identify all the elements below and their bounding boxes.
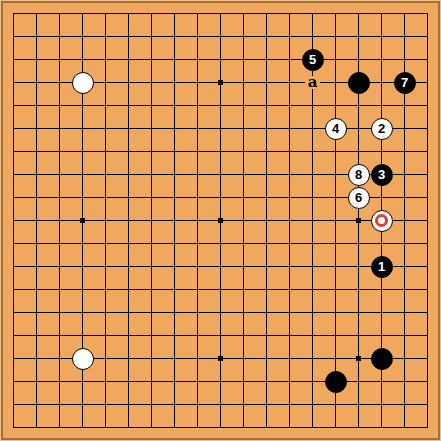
board-intersection xyxy=(370,71,393,94)
board-intersection xyxy=(117,255,140,278)
grid-line-v xyxy=(289,324,290,347)
board-intersection xyxy=(301,140,324,163)
board-intersection xyxy=(370,2,393,25)
grid-line-v xyxy=(266,48,267,71)
grid-line-v xyxy=(312,13,313,25)
board-intersection xyxy=(140,94,163,117)
board-intersection xyxy=(347,232,370,255)
board-intersection xyxy=(347,25,370,48)
grid-line-v xyxy=(404,278,405,301)
board-intersection xyxy=(25,370,48,393)
grid-line-v xyxy=(335,347,336,370)
board-intersection xyxy=(347,301,370,324)
grid-line-v xyxy=(36,48,37,71)
board-intersection xyxy=(209,71,232,94)
board-intersection xyxy=(209,209,232,232)
board-intersection xyxy=(209,347,232,370)
board-intersection xyxy=(163,255,186,278)
board-intersection xyxy=(71,94,94,117)
grid-line-v xyxy=(174,13,175,25)
grid-line-v xyxy=(404,94,405,117)
board-intersection xyxy=(278,209,301,232)
grid-line-v xyxy=(335,140,336,163)
board-intersection xyxy=(324,416,347,439)
grid-line-v xyxy=(82,416,83,428)
board-intersection xyxy=(416,255,439,278)
board-intersection xyxy=(416,232,439,255)
grid-line-v xyxy=(174,163,175,186)
grid-line-v xyxy=(404,48,405,71)
board-intersection xyxy=(25,94,48,117)
grid-line-v xyxy=(105,94,106,117)
grid-line-v xyxy=(289,71,290,94)
board-intersection xyxy=(278,25,301,48)
board-intersection xyxy=(163,324,186,347)
board-intersection xyxy=(278,94,301,117)
board-intersection xyxy=(301,393,324,416)
board-intersection xyxy=(2,186,25,209)
board-intersection xyxy=(393,255,416,278)
grid-line-v xyxy=(404,301,405,324)
grid-line-v xyxy=(174,186,175,209)
board-intersection xyxy=(71,232,94,255)
board-intersection xyxy=(2,416,25,439)
grid-line-v xyxy=(220,117,221,140)
grid-line-h xyxy=(13,197,25,198)
board-intersection xyxy=(140,2,163,25)
board-intersection xyxy=(209,255,232,278)
grid-line-v xyxy=(243,324,244,347)
grid-line-v xyxy=(266,393,267,416)
grid-line-h xyxy=(13,289,25,290)
board-intersection xyxy=(209,370,232,393)
board-intersection xyxy=(324,232,347,255)
grid-line-h xyxy=(13,427,25,428)
board-intersection xyxy=(416,278,439,301)
grid-line-v xyxy=(404,186,405,209)
grid-line-v xyxy=(36,117,37,140)
board-intersection xyxy=(71,140,94,163)
star-point xyxy=(356,218,361,223)
board-intersection xyxy=(232,209,255,232)
grid-line-v xyxy=(13,117,14,140)
grid-line-v xyxy=(335,25,336,48)
grid-line-v xyxy=(36,255,37,278)
board-intersection xyxy=(370,370,393,393)
grid-line-v xyxy=(243,186,244,209)
board-intersection xyxy=(209,25,232,48)
board-intersection xyxy=(324,25,347,48)
grid-line-v xyxy=(427,301,428,324)
grid-line-v xyxy=(128,209,129,232)
grid-line-v xyxy=(151,71,152,94)
grid-line-v xyxy=(128,94,129,117)
board-intersection xyxy=(71,2,94,25)
grid-line-v xyxy=(289,209,290,232)
grid-line-h xyxy=(13,358,25,359)
board-intersection xyxy=(117,393,140,416)
board-intersection xyxy=(416,25,439,48)
board-intersection xyxy=(186,163,209,186)
board-intersection xyxy=(416,347,439,370)
board-intersection xyxy=(301,117,324,140)
grid-line-v xyxy=(335,94,336,117)
grid-line-v xyxy=(243,94,244,117)
board-intersection xyxy=(117,140,140,163)
board-intersection xyxy=(278,232,301,255)
black-stone xyxy=(348,72,370,94)
grid-line-v xyxy=(335,13,336,25)
grid-line-v xyxy=(335,393,336,416)
grid-line-v xyxy=(151,370,152,393)
board-intersection xyxy=(2,324,25,347)
star-point xyxy=(356,356,361,361)
board-intersection xyxy=(416,370,439,393)
grid-line-v xyxy=(105,416,106,428)
grid-line-v xyxy=(36,393,37,416)
board-intersection xyxy=(324,186,347,209)
board-intersection xyxy=(140,25,163,48)
board-intersection xyxy=(25,232,48,255)
grid-line-v xyxy=(13,25,14,48)
grid-line-v xyxy=(289,278,290,301)
black-stone-move-7: 7 xyxy=(394,72,416,94)
grid-line-v xyxy=(174,117,175,140)
board-intersection xyxy=(301,416,324,439)
grid-line-v xyxy=(404,117,405,140)
board-intersection xyxy=(232,25,255,48)
grid-line-v xyxy=(335,278,336,301)
grid-line-v xyxy=(105,278,106,301)
white-stone-marked xyxy=(371,210,393,232)
board-intersection xyxy=(117,2,140,25)
board-intersection xyxy=(347,255,370,278)
grid-line-v xyxy=(36,278,37,301)
board-intersection xyxy=(117,25,140,48)
grid-line-v xyxy=(151,13,152,25)
grid-line-v xyxy=(13,232,14,255)
grid-line-v xyxy=(243,301,244,324)
board-intersection: 1 xyxy=(370,255,393,278)
board-intersection xyxy=(324,347,347,370)
grid-line-v xyxy=(427,117,428,140)
board-intersection xyxy=(232,2,255,25)
grid-line-v xyxy=(312,25,313,48)
board-intersection xyxy=(163,393,186,416)
white-stone xyxy=(72,348,94,370)
grid-line-v xyxy=(358,416,359,428)
grid-line-v xyxy=(151,278,152,301)
grid-line-v xyxy=(174,324,175,347)
board-intersection xyxy=(416,393,439,416)
board-intersection xyxy=(71,324,94,347)
grid-line-v xyxy=(36,301,37,324)
grid-line-v xyxy=(105,370,106,393)
grid-line-v xyxy=(36,13,37,25)
grid-line-v xyxy=(404,255,405,278)
board-intersection xyxy=(2,163,25,186)
grid-line-v xyxy=(105,186,106,209)
board-intersection xyxy=(48,278,71,301)
board-intersection xyxy=(278,140,301,163)
grid-line-v xyxy=(427,255,428,278)
board-intersection xyxy=(163,71,186,94)
board-intersection xyxy=(370,347,393,370)
grid-line-v xyxy=(289,48,290,71)
grid-line-v xyxy=(36,94,37,117)
grid-line-v xyxy=(381,48,382,71)
grid-line-v xyxy=(197,25,198,48)
board-intersection xyxy=(25,25,48,48)
board-intersection xyxy=(140,117,163,140)
board-intersection xyxy=(324,140,347,163)
board-intersection xyxy=(48,140,71,163)
board-intersection xyxy=(94,25,117,48)
grid-line-v xyxy=(427,186,428,209)
grid-line-v xyxy=(220,232,221,255)
grid-line-v xyxy=(266,140,267,163)
grid-line-v xyxy=(427,71,428,94)
grid-line-v xyxy=(151,94,152,117)
board-intersection xyxy=(117,71,140,94)
grid-line-v xyxy=(358,140,359,163)
board-intersection xyxy=(324,370,347,393)
grid-line-v xyxy=(289,255,290,278)
grid-line-v xyxy=(312,209,313,232)
grid-line-v xyxy=(13,71,14,94)
grid-line-v xyxy=(82,393,83,416)
board-intersection xyxy=(255,278,278,301)
grid-line-v xyxy=(335,416,336,428)
board-intersection xyxy=(163,2,186,25)
board-intersection xyxy=(370,301,393,324)
board-intersection xyxy=(416,94,439,117)
grid-line-v xyxy=(427,393,428,416)
board-intersection xyxy=(163,347,186,370)
board-intersection xyxy=(71,209,94,232)
board-intersection xyxy=(393,2,416,25)
board-intersection xyxy=(232,71,255,94)
board-intersection xyxy=(416,2,439,25)
grid-line-v xyxy=(243,370,244,393)
grid-line-v xyxy=(243,140,244,163)
grid-line-v xyxy=(197,370,198,393)
board-intersection xyxy=(393,393,416,416)
board-intersection xyxy=(117,209,140,232)
grid-line-v xyxy=(427,347,428,370)
grid-line-v xyxy=(289,140,290,163)
grid-line-v xyxy=(59,209,60,232)
grid-line-v xyxy=(59,347,60,370)
board-intersection xyxy=(232,163,255,186)
board-intersection xyxy=(140,301,163,324)
board-intersection xyxy=(71,393,94,416)
grid-line-v xyxy=(105,393,106,416)
board-intersection xyxy=(232,117,255,140)
board-intersection xyxy=(232,186,255,209)
board-intersection xyxy=(71,301,94,324)
board-intersection xyxy=(94,94,117,117)
board-intersection xyxy=(71,370,94,393)
grid-line-v xyxy=(243,347,244,370)
grid-line-h xyxy=(13,151,25,152)
grid-line-v xyxy=(312,347,313,370)
board-intersection xyxy=(232,48,255,71)
board-intersection xyxy=(324,94,347,117)
board-intersection xyxy=(117,117,140,140)
black-stone-move-5: 5 xyxy=(302,49,324,71)
grid-line-v xyxy=(13,13,14,25)
board-intersection xyxy=(278,48,301,71)
board-intersection xyxy=(25,140,48,163)
board-intersection xyxy=(278,324,301,347)
board-intersection xyxy=(25,278,48,301)
grid-line-v xyxy=(128,71,129,94)
board-intersection xyxy=(416,48,439,71)
board-intersection xyxy=(163,163,186,186)
grid-line-v xyxy=(220,278,221,301)
board-intersection xyxy=(393,94,416,117)
board-intersection xyxy=(140,163,163,186)
grid-line-v xyxy=(36,324,37,347)
grid-line-v xyxy=(404,370,405,393)
board-intersection xyxy=(2,278,25,301)
board-intersection xyxy=(163,301,186,324)
grid-line-v xyxy=(105,117,106,140)
grid-line-v xyxy=(197,48,198,71)
board-intersection xyxy=(209,163,232,186)
board-intersection xyxy=(209,416,232,439)
board-intersection xyxy=(25,209,48,232)
board-intersection xyxy=(94,209,117,232)
board-intersection xyxy=(71,255,94,278)
board-intersection xyxy=(255,301,278,324)
grid-line-v xyxy=(358,370,359,393)
board-intersection xyxy=(25,48,48,71)
board-intersection xyxy=(48,255,71,278)
board-intersection xyxy=(416,416,439,439)
board-intersection xyxy=(25,117,48,140)
grid-line-v xyxy=(151,393,152,416)
board-intersection xyxy=(255,48,278,71)
board-intersection xyxy=(324,324,347,347)
board-intersection xyxy=(48,48,71,71)
board-intersection xyxy=(163,48,186,71)
grid-line-v xyxy=(289,347,290,370)
board-intersection xyxy=(94,255,117,278)
grid-line-v xyxy=(36,209,37,232)
board-intersection xyxy=(163,232,186,255)
board-intersection xyxy=(347,324,370,347)
grid-line-v xyxy=(266,94,267,117)
white-stone-move-2: 2 xyxy=(371,118,393,140)
board-intersection xyxy=(301,255,324,278)
grid-line-v xyxy=(381,416,382,428)
board-intersection xyxy=(94,71,117,94)
white-stone-move-8: 8 xyxy=(348,164,370,186)
board-intersection xyxy=(393,186,416,209)
board-intersection xyxy=(25,324,48,347)
grid-line-v xyxy=(335,232,336,255)
board-intersection xyxy=(393,48,416,71)
board-intersection xyxy=(94,324,117,347)
board-intersection xyxy=(94,347,117,370)
grid-line-v xyxy=(197,209,198,232)
board-intersection xyxy=(71,186,94,209)
board-intersection xyxy=(347,71,370,94)
board-intersection xyxy=(393,209,416,232)
board-intersection xyxy=(117,278,140,301)
board-intersection xyxy=(232,324,255,347)
go-board: 5a7428361 xyxy=(2,2,439,439)
grid-line-v xyxy=(381,393,382,416)
board-intersection xyxy=(301,209,324,232)
grid-line-v xyxy=(59,71,60,94)
board-intersection xyxy=(140,278,163,301)
grid-line-v xyxy=(59,25,60,48)
board-intersection xyxy=(25,347,48,370)
board-intersection xyxy=(117,370,140,393)
board-intersection xyxy=(2,140,25,163)
grid-line-v xyxy=(105,347,106,370)
grid-line-v xyxy=(13,186,14,209)
board-intersection xyxy=(278,393,301,416)
grid-line-v xyxy=(289,232,290,255)
board-intersection xyxy=(94,301,117,324)
board-intersection xyxy=(255,2,278,25)
board-intersection xyxy=(186,416,209,439)
board-intersection xyxy=(163,186,186,209)
board-intersection xyxy=(301,370,324,393)
grid-line-v xyxy=(220,140,221,163)
grid-line-v xyxy=(220,94,221,117)
grid-line-v xyxy=(59,232,60,255)
grid-line-v xyxy=(59,186,60,209)
board-intersection xyxy=(370,25,393,48)
grid-line-v xyxy=(266,347,267,370)
board-intersection xyxy=(163,25,186,48)
board-intersection xyxy=(140,416,163,439)
grid-line-v xyxy=(151,117,152,140)
grid-line-h xyxy=(13,128,25,129)
board-intersection xyxy=(278,2,301,25)
grid-line-h xyxy=(13,220,25,221)
grid-line-h xyxy=(13,266,25,267)
grid-line-v xyxy=(128,48,129,71)
grid-line-v xyxy=(312,94,313,117)
grid-line-v xyxy=(59,117,60,140)
board-intersection xyxy=(347,94,370,117)
grid-line-v xyxy=(243,255,244,278)
grid-line-v xyxy=(13,140,14,163)
board-intersection xyxy=(393,278,416,301)
grid-line-v xyxy=(151,232,152,255)
grid-line-v xyxy=(220,393,221,416)
grid-line-v xyxy=(82,232,83,255)
grid-line-v xyxy=(289,163,290,186)
grid-line-v xyxy=(151,209,152,232)
grid-line-v xyxy=(427,25,428,48)
grid-line-v xyxy=(335,301,336,324)
grid-line-v xyxy=(128,370,129,393)
grid-line-v xyxy=(105,13,106,25)
grid-line-v xyxy=(312,370,313,393)
grid-line-h xyxy=(13,105,25,106)
board-intersection xyxy=(140,255,163,278)
grid-line-v xyxy=(266,232,267,255)
board-intersection xyxy=(347,2,370,25)
board-intersection xyxy=(2,71,25,94)
